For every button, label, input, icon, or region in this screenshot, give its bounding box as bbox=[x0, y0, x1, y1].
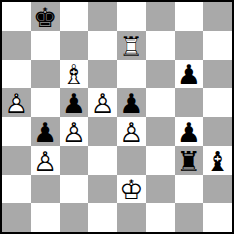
square-c1[interactable] bbox=[60, 203, 89, 232]
square-h4[interactable] bbox=[203, 117, 232, 146]
black-bishop[interactable]: ♝ bbox=[203, 146, 232, 175]
black-pawn[interactable]: ♟ bbox=[175, 117, 204, 146]
square-f3[interactable] bbox=[146, 146, 175, 175]
black-pawn[interactable]: ♟ bbox=[60, 88, 89, 117]
white-pawn[interactable]: ♟♙ bbox=[117, 117, 146, 146]
square-c2[interactable] bbox=[60, 175, 89, 204]
square-g7[interactable] bbox=[175, 31, 204, 60]
square-d6[interactable] bbox=[88, 60, 117, 89]
black-pawn-glyph: ♟ bbox=[117, 89, 146, 118]
square-g5[interactable] bbox=[175, 88, 204, 117]
white-pawn-outline-glyph: ♙ bbox=[117, 118, 146, 147]
black-rook[interactable]: ♜ bbox=[175, 146, 204, 175]
square-b8[interactable]: ♚ bbox=[31, 2, 60, 31]
square-f6[interactable] bbox=[146, 60, 175, 89]
black-king[interactable]: ♚ bbox=[31, 2, 60, 31]
square-b7[interactable] bbox=[31, 31, 60, 60]
square-e8[interactable] bbox=[117, 2, 146, 31]
square-g2[interactable] bbox=[175, 175, 204, 204]
white-pawn-outline-glyph: ♙ bbox=[31, 147, 60, 176]
black-pawn[interactable]: ♟ bbox=[175, 60, 204, 89]
square-h7[interactable] bbox=[203, 31, 232, 60]
square-e2[interactable]: ♚♔ bbox=[117, 175, 146, 204]
black-pawn[interactable]: ♟ bbox=[31, 117, 60, 146]
black-pawn-glyph: ♟ bbox=[175, 61, 204, 90]
square-a8[interactable] bbox=[2, 2, 31, 31]
square-h1[interactable] bbox=[203, 203, 232, 232]
square-c5[interactable]: ♟ bbox=[60, 88, 89, 117]
square-a7[interactable] bbox=[2, 31, 31, 60]
square-a2[interactable] bbox=[2, 175, 31, 204]
black-pawn-glyph: ♟ bbox=[175, 118, 204, 147]
square-b4[interactable]: ♟ bbox=[31, 117, 60, 146]
square-b6[interactable] bbox=[31, 60, 60, 89]
white-pawn-outline-glyph: ♙ bbox=[88, 89, 117, 118]
white-pawn[interactable]: ♟♙ bbox=[31, 146, 60, 175]
square-e7[interactable]: ♜♖ bbox=[117, 31, 146, 60]
square-h2[interactable] bbox=[203, 175, 232, 204]
square-c6[interactable]: ♝♗ bbox=[60, 60, 89, 89]
square-g1[interactable] bbox=[175, 203, 204, 232]
white-pawn[interactable]: ♟♙ bbox=[2, 88, 31, 117]
square-b5[interactable] bbox=[31, 88, 60, 117]
white-rook-outline-glyph: ♖ bbox=[117, 32, 146, 61]
white-bishop-outline-glyph: ♗ bbox=[60, 61, 89, 90]
square-d7[interactable] bbox=[88, 31, 117, 60]
black-rook-glyph: ♜ bbox=[175, 147, 204, 176]
black-pawn[interactable]: ♟ bbox=[117, 88, 146, 117]
square-a3[interactable] bbox=[2, 146, 31, 175]
square-d1[interactable] bbox=[88, 203, 117, 232]
square-d5[interactable]: ♟♙ bbox=[88, 88, 117, 117]
white-bishop[interactable]: ♝♗ bbox=[60, 60, 89, 89]
square-a5[interactable]: ♟♙ bbox=[2, 88, 31, 117]
square-c3[interactable] bbox=[60, 146, 89, 175]
square-f1[interactable] bbox=[146, 203, 175, 232]
square-a4[interactable] bbox=[2, 117, 31, 146]
black-bishop-glyph: ♝ bbox=[203, 147, 232, 176]
square-d8[interactable] bbox=[88, 2, 117, 31]
square-f5[interactable] bbox=[146, 88, 175, 117]
square-e4[interactable]: ♟♙ bbox=[117, 117, 146, 146]
black-pawn-glyph: ♟ bbox=[31, 118, 60, 147]
square-f4[interactable] bbox=[146, 117, 175, 146]
white-king[interactable]: ♚♔ bbox=[117, 175, 146, 204]
square-a6[interactable] bbox=[2, 60, 31, 89]
square-f2[interactable] bbox=[146, 175, 175, 204]
square-g4[interactable]: ♟ bbox=[175, 117, 204, 146]
square-h5[interactable] bbox=[203, 88, 232, 117]
square-c4[interactable]: ♟♙ bbox=[60, 117, 89, 146]
square-b1[interactable] bbox=[31, 203, 60, 232]
black-king-glyph: ♚ bbox=[31, 3, 60, 32]
square-b3[interactable]: ♟♙ bbox=[31, 146, 60, 175]
white-pawn[interactable]: ♟♙ bbox=[60, 117, 89, 146]
square-a1[interactable] bbox=[2, 203, 31, 232]
black-pawn-glyph: ♟ bbox=[60, 89, 89, 118]
square-f8[interactable] bbox=[146, 2, 175, 31]
square-e5[interactable]: ♟ bbox=[117, 88, 146, 117]
square-d2[interactable] bbox=[88, 175, 117, 204]
square-c7[interactable] bbox=[60, 31, 89, 60]
square-c8[interactable] bbox=[60, 2, 89, 31]
white-pawn-outline-glyph: ♙ bbox=[2, 89, 31, 118]
square-d4[interactable] bbox=[88, 117, 117, 146]
square-g8[interactable] bbox=[175, 2, 204, 31]
square-e6[interactable] bbox=[117, 60, 146, 89]
square-f7[interactable] bbox=[146, 31, 175, 60]
white-pawn-outline-glyph: ♙ bbox=[60, 118, 89, 147]
chess-board: ♚♜♖♝♗♟♟♙♟♟♙♟♟♟♙♟♙♟♟♙♜♝♚♔ bbox=[0, 0, 234, 234]
square-d3[interactable] bbox=[88, 146, 117, 175]
square-e1[interactable] bbox=[117, 203, 146, 232]
square-b2[interactable] bbox=[31, 175, 60, 204]
square-g3[interactable]: ♜ bbox=[175, 146, 204, 175]
white-pawn[interactable]: ♟♙ bbox=[88, 88, 117, 117]
square-h6[interactable] bbox=[203, 60, 232, 89]
square-h3[interactable]: ♝ bbox=[203, 146, 232, 175]
square-e3[interactable] bbox=[117, 146, 146, 175]
square-h8[interactable] bbox=[203, 2, 232, 31]
white-rook[interactable]: ♜♖ bbox=[117, 31, 146, 60]
square-g6[interactable]: ♟ bbox=[175, 60, 204, 89]
white-king-outline-glyph: ♔ bbox=[117, 176, 146, 205]
